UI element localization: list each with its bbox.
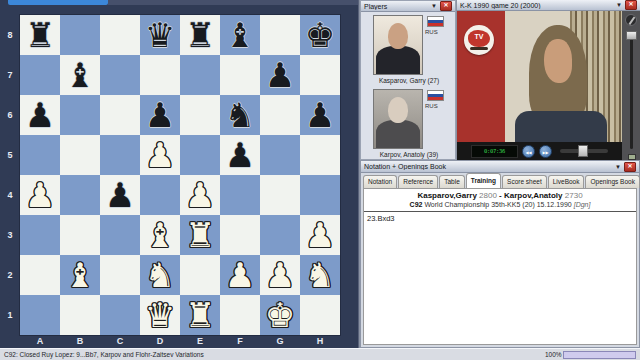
players-panel-title: Players bbox=[364, 3, 428, 10]
white-player-federation: RUS bbox=[425, 29, 438, 35]
notation-body[interactable]: Kasparov,Garry 2800 - Karpov,Anatoly 273… bbox=[363, 188, 637, 345]
piece-black-p-d6[interactable]: ♟ bbox=[140, 95, 180, 135]
tab-openings-book[interactable]: Openings Book bbox=[585, 175, 639, 188]
white-elo: 2800 bbox=[479, 191, 497, 200]
move-list[interactable]: 23.Bxd3 bbox=[364, 212, 636, 225]
piece-black-n-f6[interactable]: ♞ bbox=[220, 95, 260, 135]
game-header: Kasparov,Garry 2800 - Karpov,Anatoly 273… bbox=[364, 189, 636, 212]
video-frame[interactable]: TV bbox=[457, 11, 622, 142]
rank-label-1: 1 bbox=[2, 295, 18, 335]
window-tab-strip bbox=[108, 0, 358, 5]
window-tab-highlight[interactable] bbox=[8, 0, 108, 5]
close-icon[interactable]: ✕ bbox=[440, 1, 452, 11]
piece-white-b-d3[interactable]: ♝ bbox=[140, 215, 180, 255]
black-name: Karpov,Anatoly bbox=[504, 191, 563, 200]
file-label-f: F bbox=[220, 335, 260, 348]
piece-white-k-g1[interactable]: ♚ bbox=[260, 295, 300, 335]
volume-strip bbox=[622, 11, 640, 160]
piece-black-p-h6[interactable]: ♟ bbox=[300, 95, 340, 135]
piece-black-p-a6[interactable]: ♟ bbox=[20, 95, 60, 135]
chevron-down-icon[interactable]: ▼ bbox=[431, 3, 437, 9]
rank-label-7: 7 bbox=[2, 55, 18, 95]
seek-slider[interactable] bbox=[560, 149, 608, 153]
video-panel-title: K-K 1990 game 20 (2000) bbox=[460, 2, 613, 9]
white-player-name: Kasparov, Garry (27) bbox=[361, 77, 457, 84]
piece-black-b-b7[interactable]: ♝ bbox=[60, 55, 100, 95]
piece-black-p-f5[interactable]: ♟ bbox=[220, 135, 260, 175]
file-label-b: B bbox=[60, 335, 100, 348]
piece-black-r-e8[interactable]: ♜ bbox=[180, 15, 220, 55]
notation-panel-header[interactable]: Notation + Openings Book ▼ ✕ bbox=[361, 161, 639, 173]
piece-white-p-f2[interactable]: ♟ bbox=[220, 255, 260, 295]
piece-white-p-d5[interactable]: ♟ bbox=[140, 135, 180, 175]
volume-slider-track[interactable] bbox=[630, 33, 633, 149]
piece-white-q-d1[interactable]: ♛ bbox=[140, 295, 180, 335]
photo-silhouette-head bbox=[388, 23, 408, 49]
piece-black-p-c4[interactable]: ♟ bbox=[100, 175, 140, 215]
players-panel: Players ▼ ✕ RUS Kasparov, Garry (27) RUS… bbox=[360, 0, 456, 160]
tv-channel-logo: TV bbox=[464, 25, 494, 55]
photo-silhouette-head bbox=[388, 97, 408, 123]
rank-label-5: 5 bbox=[2, 135, 18, 175]
file-label-h: H bbox=[300, 335, 340, 348]
piece-white-n-h2[interactable]: ♞ bbox=[300, 255, 340, 295]
file-label-a: A bbox=[20, 335, 60, 348]
seek-slider-thumb[interactable] bbox=[578, 145, 588, 157]
volume-knob-icon[interactable] bbox=[625, 14, 637, 26]
players-panel-header[interactable]: Players ▼ ✕ bbox=[361, 1, 455, 12]
piece-white-r-e3[interactable]: ♜ bbox=[180, 215, 220, 255]
progress-label: 100% bbox=[545, 351, 562, 358]
file-label-d: D bbox=[140, 335, 180, 348]
tv-logo-ribbon bbox=[470, 47, 488, 50]
piece-black-b-f8[interactable]: ♝ bbox=[220, 15, 260, 55]
piece-black-p-g7[interactable]: ♟ bbox=[260, 55, 300, 95]
photo-silhouette bbox=[376, 46, 420, 75]
file-labels: ABCDEFGH bbox=[20, 335, 340, 348]
white-name: Kasparov,Garry bbox=[417, 191, 476, 200]
chevron-down-icon[interactable]: ▼ bbox=[616, 2, 622, 8]
skip-forward-button[interactable]: ▶▶ bbox=[539, 145, 552, 158]
notation-panel-title: Notation + Openings Book bbox=[364, 163, 612, 170]
chessbase-window: 87654321 ♜♛♜♝♚♝♟♟♟♞♟♟♟♟♟♟♝♜♟♝♞♟♟♞♛♜♚ ABC… bbox=[0, 0, 640, 360]
opening-name: C92: Closed Ruy Lopez: 9...Bb7, Karpov a… bbox=[4, 351, 204, 358]
video-panel: K-K 1990 game 20 (2000) ▼ ✕ TV 0:07:36 0… bbox=[457, 0, 640, 160]
rank-labels: 87654321 bbox=[2, 15, 18, 335]
video-controls: 0:07:36 0:15:43 ◀◀ ▶▶ bbox=[457, 142, 622, 160]
tab-table[interactable]: Table bbox=[439, 175, 465, 188]
black-player-photo bbox=[373, 89, 423, 149]
progress-bar bbox=[563, 351, 636, 359]
piece-white-r-e1[interactable]: ♜ bbox=[180, 295, 220, 335]
russia-flag-icon bbox=[427, 16, 444, 27]
black-player-name: Karpov, Anatoly (39) bbox=[361, 151, 457, 158]
black-player-federation: RUS bbox=[425, 103, 438, 109]
tab-reference[interactable]: Reference bbox=[398, 175, 438, 188]
piece-black-r-a8[interactable]: ♜ bbox=[20, 15, 60, 55]
file-label-g: G bbox=[260, 335, 300, 348]
file-label-e: E bbox=[180, 335, 220, 348]
black-elo: 2730 bbox=[565, 191, 583, 200]
piece-white-p-g2[interactable]: ♟ bbox=[260, 255, 300, 295]
eco-code: C92 bbox=[410, 201, 423, 208]
volume-slider-thumb[interactable] bbox=[626, 31, 637, 40]
status-bar: C92: Closed Ruy Lopez: 9...Bb7, Karpov a… bbox=[0, 348, 640, 360]
piece-white-b-b2[interactable]: ♝ bbox=[60, 255, 100, 295]
piece-white-n-d2[interactable]: ♞ bbox=[140, 255, 180, 295]
close-icon[interactable]: ✕ bbox=[625, 0, 637, 10]
video-panel-header[interactable]: K-K 1990 game 20 (2000) ▼ ✕ bbox=[457, 0, 640, 11]
piece-white-p-a4[interactable]: ♟ bbox=[20, 175, 60, 215]
white-player-photo bbox=[373, 15, 423, 75]
tab-training[interactable]: Training bbox=[466, 173, 501, 188]
notation-panel: Notation + Openings Book ▼ ✕ Notation Re… bbox=[360, 160, 640, 348]
tv-logo-text: TV bbox=[468, 33, 490, 40]
time-display: 0:07:36 0:15:43 bbox=[471, 145, 518, 158]
event-name: World Championship 35th-KK5 (20) 15.12.1… bbox=[424, 201, 571, 208]
rank-label-4: 4 bbox=[2, 175, 18, 215]
skip-back-button[interactable]: ◀◀ bbox=[522, 145, 535, 158]
tab-notation[interactable]: Notation bbox=[363, 175, 397, 188]
board-panel: 87654321 ♜♛♜♝♚♝♟♟♟♞♟♟♟♟♟♟♝♜♟♝♞♟♟♞♛♜♚ ABC… bbox=[0, 0, 359, 348]
piece-white-p-e4[interactable]: ♟ bbox=[180, 175, 220, 215]
piece-black-k-h8[interactable]: ♚ bbox=[300, 15, 340, 55]
tab-score-sheet[interactable]: Score sheet bbox=[502, 175, 547, 188]
russia-flag-icon bbox=[427, 90, 444, 101]
piece-white-p-h3[interactable]: ♟ bbox=[300, 215, 340, 255]
rank-label-3: 3 bbox=[2, 215, 18, 255]
piece-black-q-d8[interactable]: ♛ bbox=[140, 15, 180, 55]
rank-label-8: 8 bbox=[2, 15, 18, 55]
notation-tabs: Notation Reference Table Training Score … bbox=[363, 174, 637, 188]
rank-label-6: 6 bbox=[2, 95, 18, 135]
tab-livebook[interactable]: LiveBook bbox=[548, 175, 585, 188]
commentator-face bbox=[544, 39, 572, 83]
photo-silhouette bbox=[376, 120, 420, 149]
names-separator: - bbox=[499, 191, 502, 200]
chevron-down-icon[interactable]: ▼ bbox=[615, 164, 621, 170]
rank-label-2: 2 bbox=[2, 255, 18, 295]
commentator-body bbox=[515, 111, 607, 142]
file-label-c: C bbox=[100, 335, 140, 348]
close-icon[interactable]: ✕ bbox=[624, 162, 636, 172]
piece-layer: ♜♛♜♝♚♝♟♟♟♞♟♟♟♟♟♟♝♜♟♝♞♟♟♞♛♜♚ bbox=[20, 15, 340, 335]
annotator: [Dgn] bbox=[574, 201, 591, 208]
